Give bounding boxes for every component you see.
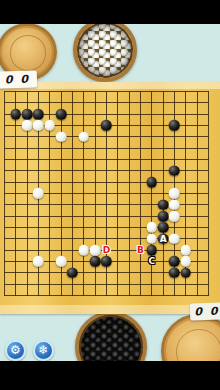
capture-counter-top: 0 0 [0,70,37,88]
bottom-black-bar [0,361,220,390]
black-stone [169,268,180,279]
point-label-C[interactable]: C [149,257,156,266]
white-stone [79,245,90,256]
snowflake-button[interactable]: ❄ [33,340,54,361]
black-stone [169,120,180,131]
point-label-D[interactable]: D [103,246,110,255]
white-stone [56,256,67,267]
white-stones-bowl [73,18,137,82]
black-stone [147,245,158,256]
white-stone [181,256,192,267]
bowl-inner-shadow [77,22,133,78]
black-stone [169,166,180,177]
black-stone [158,211,169,222]
black-stone [11,109,22,120]
settings-gear-button[interactable]: ⚙ [5,340,26,361]
capture-counter-bottom: 0 0 [190,302,220,320]
black-stone [181,268,192,279]
black-stone [90,256,101,267]
black-stone [33,109,44,120]
white-stone [147,234,158,245]
white-stone [169,200,180,211]
point-label-A: A [160,234,167,243]
white-stone [56,132,67,143]
white-stone [45,120,56,131]
white-stone [181,245,192,256]
white-stone [169,188,180,199]
white-stone [33,256,44,267]
black-stone [101,120,112,131]
white-stone [169,211,180,222]
white-stone [22,120,33,131]
white-stone [79,132,90,143]
black-stone [56,109,67,120]
black-stone [101,256,112,267]
white-stone [169,234,180,245]
white-stone [147,222,158,233]
go-board[interactable]: ABCD [0,82,220,314]
top-black-bar [0,0,220,24]
black-stone [158,200,169,211]
white-stone [90,245,101,256]
black-stone [22,109,33,120]
point-label-B[interactable]: B [137,246,144,255]
white-stone [33,120,44,131]
black-stone [67,268,78,279]
black-stone [147,177,158,188]
white-stone [33,188,44,199]
black-stone [158,222,169,233]
black-stone [169,256,180,267]
